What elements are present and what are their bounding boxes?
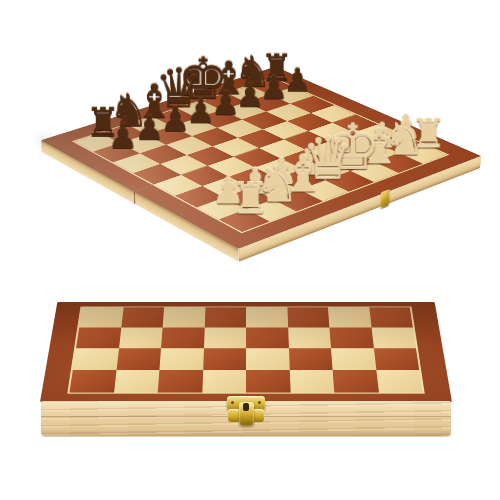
- lid-square: [289, 370, 334, 393]
- lid-square: [203, 348, 246, 370]
- lid-square: [333, 370, 379, 393]
- lid-square: [246, 370, 290, 393]
- lid-square: [202, 370, 246, 393]
- lid-square: [116, 348, 161, 370]
- lid-square: [288, 327, 331, 348]
- clasp-wing: [252, 409, 264, 422]
- closed-lid-checker-grid: [67, 306, 424, 393]
- lid-square: [373, 348, 419, 370]
- closed-chess-box: [40, 288, 452, 436]
- lid-square: [114, 370, 160, 393]
- lid-square: [246, 348, 289, 370]
- lid-square: [369, 307, 413, 327]
- closed-box-lid: [40, 302, 452, 402]
- lid-square: [158, 370, 203, 393]
- chess-piece-white-rook: ♜: [230, 177, 269, 220]
- lid-square: [76, 327, 121, 348]
- chess-piece-black-pawn: ♟: [134, 111, 164, 145]
- lid-square: [69, 370, 116, 393]
- clasp-screw: [231, 401, 234, 404]
- clasp-icon: [223, 394, 269, 436]
- lid-square: [246, 327, 288, 348]
- lid-square: [287, 307, 329, 327]
- open-chess-set-photo: ♜♞♝♛♚♝♞♜♟♟♟♟♟♟♟♟♟♟♟♟♟♟♟♟♜♞♝♛♚♝♞♜: [0, 0, 500, 272]
- lid-square: [246, 307, 288, 327]
- latch-icon: [380, 189, 390, 209]
- lid-square: [73, 348, 119, 370]
- lid-square: [204, 327, 246, 348]
- lid-square: [371, 327, 416, 348]
- lid-square: [121, 307, 164, 327]
- clasp-screw: [258, 401, 261, 404]
- lid-square: [159, 348, 203, 370]
- lid-square: [119, 327, 163, 348]
- hinge-slit: [134, 191, 136, 204]
- lid-square: [288, 348, 332, 370]
- lid-square: [328, 307, 371, 327]
- lid-square: [161, 327, 204, 348]
- lid-square: [329, 327, 373, 348]
- closed-box-front-side: [41, 401, 451, 436]
- open-chessboard: ♜♞♝♛♚♝♞♜♟♟♟♟♟♟♟♟♟♟♟♟♟♟♟♟♜♞♝♛♚♝♞♜: [41, 67, 481, 249]
- closed-chess-set-photo: [0, 272, 500, 500]
- chessboard-grid: ♜♞♝♛♚♝♞♜♟♟♟♟♟♟♟♟♟♟♟♟♟♟♟♟♜♞♝♛♚♝♞♜: [72, 77, 450, 233]
- lid-square: [163, 307, 205, 327]
- lid-square: [331, 348, 376, 370]
- lid-square: [79, 307, 123, 327]
- chess-piece-black-pawn: ♟: [107, 119, 138, 153]
- lid-square: [204, 307, 246, 327]
- clasp-hole: [243, 403, 249, 411]
- lid-square: [376, 370, 423, 393]
